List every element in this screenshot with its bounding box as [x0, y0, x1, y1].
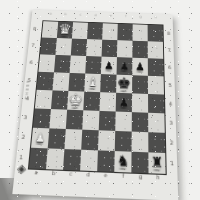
square-h7[interactable]	[148, 41, 164, 59]
square-e8[interactable]	[102, 23, 118, 40]
square-c6[interactable]	[70, 55, 87, 73]
square-e6[interactable]: ♟	[101, 57, 117, 75]
square-d7[interactable]	[86, 39, 102, 56]
square-c2[interactable]	[64, 129, 82, 150]
square-f3[interactable]	[115, 112, 132, 132]
file-label-top-g: g	[133, 15, 148, 19]
square-d2[interactable]	[81, 130, 99, 151]
file-label-top-c: c	[73, 13, 88, 17]
photo-scene: abcdefgh ♛♟♟♟♝♚♚♟♟♞♜ abcdefgh 87654321 8…	[0, 0, 200, 200]
file-label-h: h	[149, 174, 167, 180]
square-d3[interactable]	[82, 110, 99, 130]
chess-mat: abcdefgh ♛♟♟♟♝♚♚♟♟♞♜ abcdefgh 87654321 8…	[12, 10, 178, 200]
rank-label-right-7: 7	[167, 41, 171, 58]
square-e1[interactable]	[97, 150, 115, 172]
square-g7[interactable]	[132, 41, 147, 59]
rank-label-6: 6	[29, 53, 34, 70]
white-king-c4[interactable]: ♚	[68, 91, 83, 107]
file-labels-top: abcdefgh	[43, 12, 163, 20]
file-label-top-e: e	[103, 14, 118, 18]
rank-label-right-3: 3	[169, 113, 173, 133]
square-a3[interactable]	[33, 108, 51, 128]
file-label-top-f: f	[118, 15, 133, 19]
square-b3[interactable]	[49, 109, 67, 129]
file-label-e: e	[97, 172, 115, 178]
white-queen-b8[interactable]: ♛	[58, 22, 72, 36]
square-g8[interactable]	[133, 24, 148, 41]
file-label-a: a	[27, 170, 45, 176]
black-king-f5[interactable]: ♚	[117, 75, 131, 91]
black-pawn-f6[interactable]: ♟	[120, 60, 130, 70]
square-f4[interactable]: ♟	[116, 93, 132, 112]
white-bishop-d5[interactable]: ♝	[87, 75, 99, 88]
square-g4[interactable]	[132, 93, 148, 112]
rank-label-right-8: 8	[167, 25, 170, 42]
square-b7[interactable]	[55, 38, 71, 55]
square-a5[interactable]	[37, 72, 54, 91]
rank-label-7: 7	[31, 36, 36, 53]
square-g1[interactable]	[131, 152, 148, 174]
file-label-top-h: h	[148, 16, 163, 20]
square-f2[interactable]	[115, 131, 132, 152]
square-b6[interactable]	[54, 55, 71, 73]
black-pawn-g6[interactable]: ♟	[135, 61, 145, 71]
square-c7[interactable]	[71, 39, 87, 56]
square-h2[interactable]	[148, 132, 165, 153]
square-c1[interactable]	[63, 149, 81, 170]
square-g6[interactable]: ♟	[132, 58, 148, 76]
square-h5[interactable]	[148, 76, 164, 95]
square-h8[interactable]	[148, 25, 163, 42]
black-pawn-f4[interactable]: ♟	[119, 96, 129, 107]
square-e7[interactable]	[102, 40, 118, 57]
square-d4[interactable]	[83, 92, 100, 111]
white-pawn-a2[interactable]: ♟	[35, 131, 46, 143]
file-label-b: b	[45, 170, 63, 176]
rank-label-right-1: 1	[170, 152, 174, 173]
square-e3[interactable]	[99, 111, 116, 131]
square-h3[interactable]	[148, 113, 165, 133]
square-g2[interactable]	[132, 132, 149, 153]
file-label-top-b: b	[58, 12, 73, 16]
black-knight-f1[interactable]: ♞	[117, 153, 130, 168]
rank-label-right-6: 6	[168, 58, 172, 76]
square-f1[interactable]: ♞	[114, 151, 131, 173]
square-f8[interactable]	[117, 24, 132, 41]
rank-label-right-2: 2	[170, 132, 174, 152]
square-a4[interactable]	[35, 90, 53, 109]
brand-label: CHESS	[24, 79, 31, 99]
file-label-top-d: d	[88, 13, 103, 17]
square-b2[interactable]	[48, 128, 66, 149]
square-a8[interactable]	[42, 21, 58, 38]
square-d6[interactable]	[85, 56, 101, 74]
square-e2[interactable]	[98, 130, 115, 151]
file-label-c: c	[62, 171, 80, 177]
square-a2[interactable]: ♟	[31, 128, 49, 149]
square-a7[interactable]	[40, 37, 57, 54]
square-c4[interactable]: ♚	[67, 91, 84, 110]
square-e4[interactable]	[99, 92, 116, 111]
square-f5[interactable]: ♚	[116, 75, 132, 94]
square-d5[interactable]: ♝	[84, 74, 101, 93]
square-h4[interactable]	[148, 94, 164, 113]
square-c8[interactable]	[72, 22, 88, 39]
file-label-g: g	[132, 174, 150, 180]
black-rook-h1[interactable]: ♜	[151, 155, 164, 170]
square-h1[interactable]: ♜	[148, 152, 165, 174]
file-label-top-a: a	[43, 12, 58, 16]
square-h6[interactable]	[148, 58, 164, 76]
square-g3[interactable]	[132, 112, 149, 132]
rank-label-2: 2	[21, 126, 26, 146]
board-grid[interactable]: ♛♟♟♟♝♚♚♟♟♞♜	[28, 20, 167, 175]
square-g5[interactable]	[132, 75, 148, 94]
file-label-d: d	[79, 172, 97, 178]
rank-labels-right: 87654321	[167, 25, 174, 174]
square-c3[interactable]	[66, 110, 83, 130]
square-b8[interactable]: ♛	[57, 22, 73, 39]
square-b4[interactable]	[51, 90, 68, 109]
file-label-f: f	[114, 173, 132, 179]
compass-logo-icon: ◈	[17, 162, 27, 175]
rank-label-8: 8	[32, 20, 37, 36]
rank-label-right-4: 4	[169, 94, 173, 113]
square-f7[interactable]	[117, 40, 133, 58]
rank-label-3: 3	[23, 107, 28, 126]
square-b5[interactable]	[53, 72, 70, 91]
square-d8[interactable]	[87, 23, 103, 40]
square-b1[interactable]	[46, 148, 64, 169]
square-a1[interactable]	[29, 148, 48, 169]
square-d1[interactable]	[80, 150, 98, 171]
black-pawn-e6[interactable]: ♟	[104, 60, 114, 70]
rank-label-right-5: 5	[168, 76, 172, 94]
square-e5[interactable]	[100, 74, 116, 93]
square-a6[interactable]	[38, 54, 55, 72]
